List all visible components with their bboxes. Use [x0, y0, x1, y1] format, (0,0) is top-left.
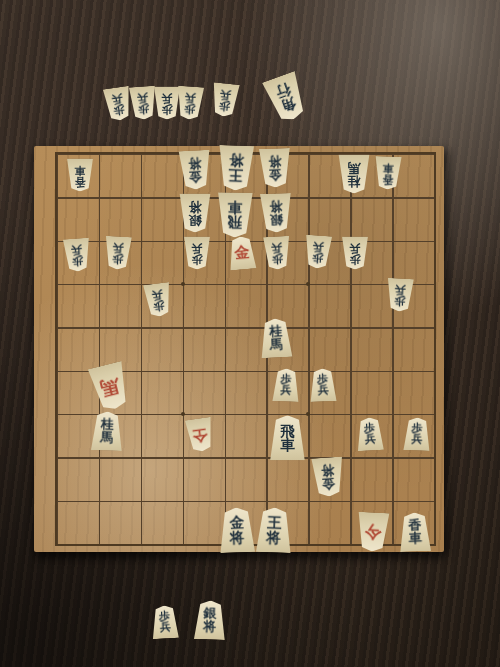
hoshi-dot	[306, 412, 310, 416]
piece-kanji: 金	[233, 245, 249, 261]
piece-kanji: 兵	[151, 288, 163, 300]
piece-kanji: 将	[188, 200, 201, 213]
piece-kanji: 兵	[111, 93, 123, 105]
piece-hand-gote-pawn-4[interactable]: 歩兵	[175, 86, 204, 121]
piece-kanji: 馬	[270, 338, 284, 351]
piece-hand-gote-pawn-5[interactable]: 歩兵	[210, 82, 240, 118]
piece-kanji: 歩	[162, 103, 173, 114]
piece-kanji: 兵	[365, 433, 377, 444]
piece-kanji: 馬	[100, 430, 113, 443]
piece-kanji: 将	[268, 155, 281, 168]
piece-kanji: 銀	[188, 213, 201, 226]
piece-kanji: 兵	[313, 241, 325, 253]
piece-kanji: 兵	[318, 385, 329, 396]
piece-kanji: 兵	[411, 433, 422, 444]
piece-kanji: 兵	[220, 89, 232, 101]
piece-kanji: 兵	[281, 385, 292, 396]
piece-kanji: 銀	[270, 213, 283, 226]
piece-kanji: 将	[267, 530, 282, 545]
piece-kanji: 車	[74, 164, 85, 175]
piece-kanji: 兵	[137, 92, 149, 104]
hoshi-dot	[181, 282, 185, 286]
piece-kanji: 今	[364, 524, 382, 542]
piece-kanji: 兵	[162, 92, 173, 103]
piece-kanji: 車	[280, 438, 295, 452]
piece-kanji: 将	[229, 530, 244, 545]
piece-kanji: 兵	[160, 622, 172, 633]
piece-kanji: 桂	[348, 174, 361, 187]
piece-kanji: 兵	[350, 243, 361, 254]
piece-kanji: 兵	[185, 92, 197, 104]
piece-kanji: 王	[228, 167, 243, 182]
piece-kanji: 歩	[272, 253, 284, 264]
piece-kanji: 兵	[112, 242, 124, 253]
piece-hand-gote-pawn-2[interactable]: 歩兵	[128, 86, 157, 121]
piece-hand-sente-pawn[interactable]: 歩兵	[151, 605, 180, 639]
piece-kanji: 兵	[71, 244, 83, 256]
hoshi-dot	[306, 282, 310, 286]
piece-kanji: 将	[269, 200, 282, 213]
piece-kanji: 将	[228, 153, 243, 168]
piece-kanji: 馬	[98, 376, 121, 399]
piece-kanji: 歩	[191, 253, 202, 264]
hoshi-dot	[181, 412, 185, 416]
piece-kanji: 将	[321, 464, 335, 478]
piece-kanji: 兵	[271, 242, 283, 253]
piece-kanji: 将	[187, 157, 201, 170]
piece-hand-sente-silver[interactable]: 銀将	[193, 600, 226, 640]
piece-kanji: 車	[383, 162, 394, 173]
piece-hand-gote-bishop[interactable]: 角行	[261, 71, 310, 126]
piece-hand-gote-pawn-1[interactable]: 歩兵	[102, 86, 133, 122]
piece-kanji: 車	[227, 201, 242, 215]
piece-kanji: 兵	[395, 284, 407, 295]
piece-kanji: 仝	[191, 426, 208, 443]
piece-kanji: 兵	[191, 243, 202, 254]
photo-background: 香車金将王将金将桂馬香車銀将飛車銀将歩兵歩兵歩兵金歩兵歩兵歩兵歩兵歩兵桂馬馬歩兵…	[0, 0, 500, 667]
piece-hand-gote-pawn-3[interactable]: 歩兵	[154, 87, 181, 120]
piece-kanji: 車	[409, 532, 422, 545]
piece-kanji: 馬	[348, 161, 361, 174]
piece-kanji: 将	[203, 620, 216, 633]
piece-kanji: 飛	[280, 423, 295, 437]
piece-kanji: 飛	[227, 215, 242, 229]
piece-kanji: 歩	[350, 253, 361, 264]
